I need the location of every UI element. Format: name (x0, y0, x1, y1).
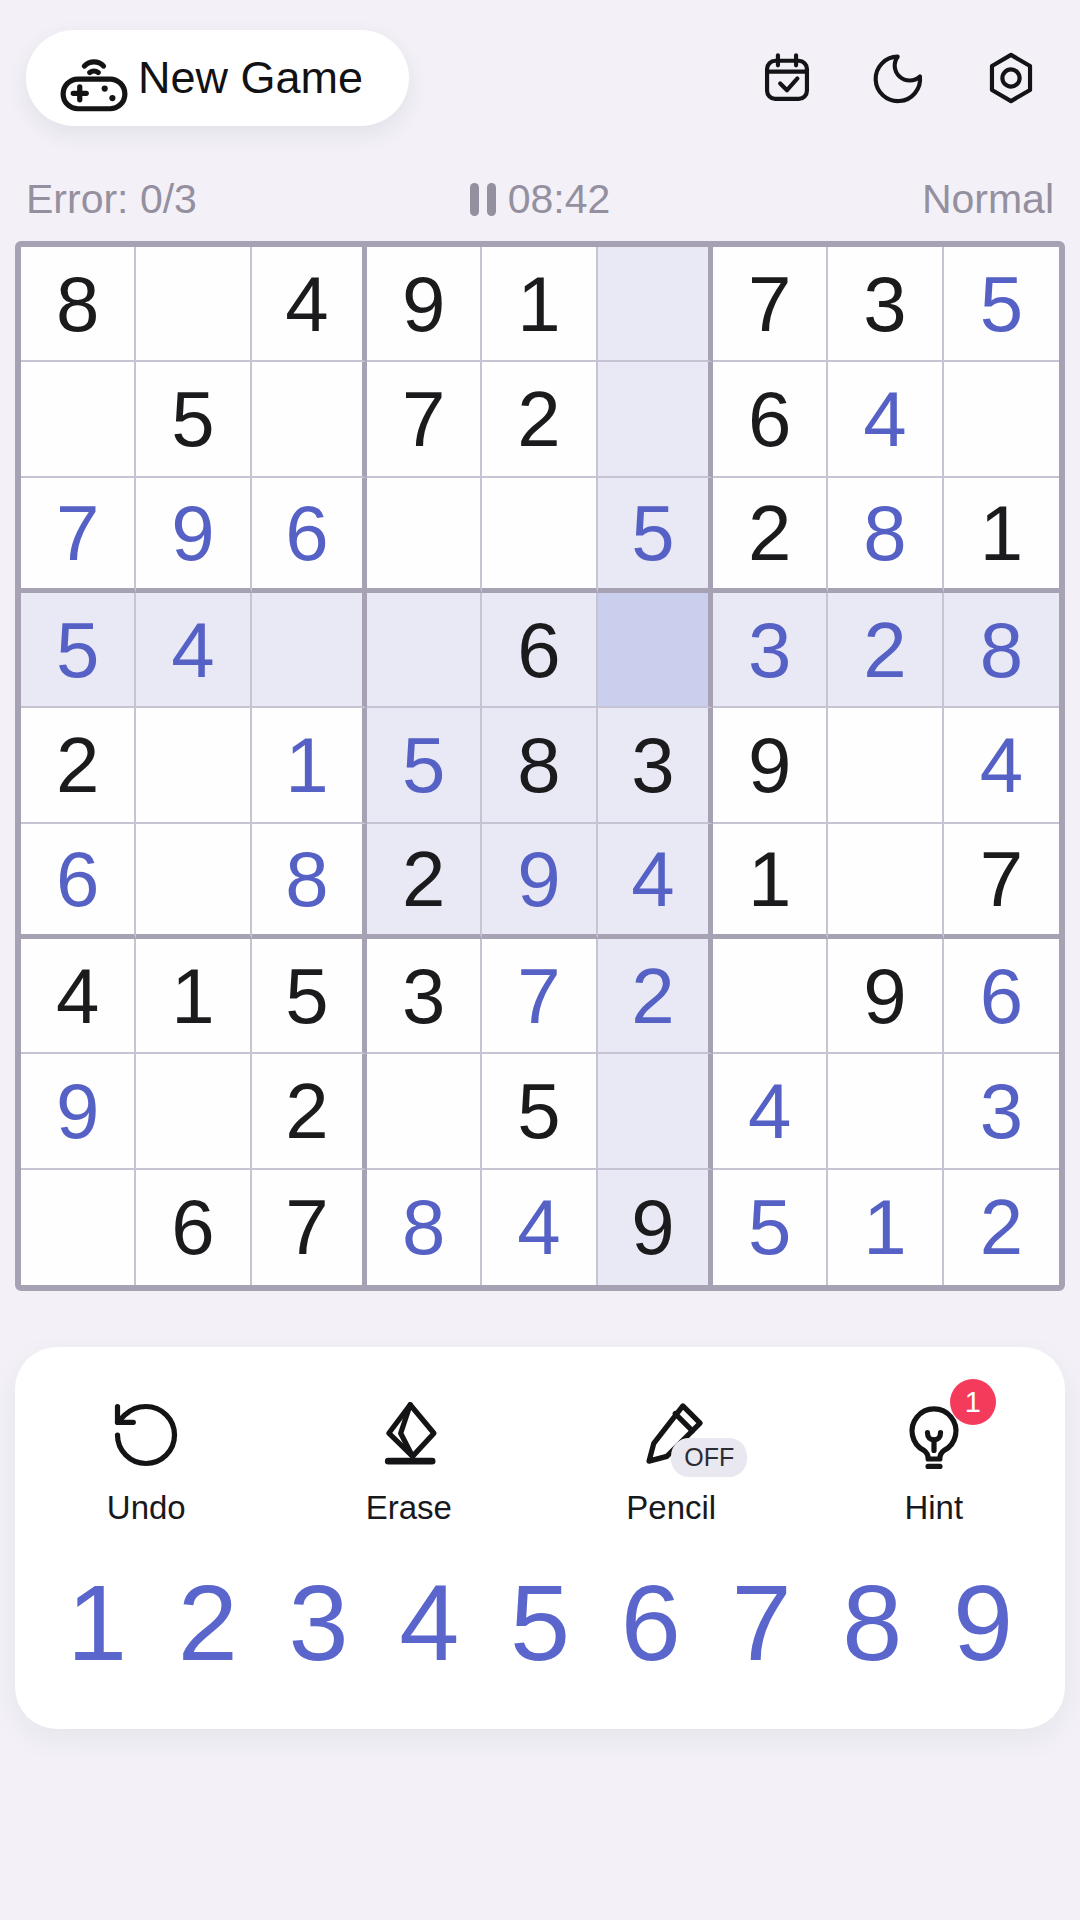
sudoku-cell-r8c4[interactable] (367, 1054, 482, 1169)
calendar-check-icon (758, 95, 816, 110)
dark-mode-button[interactable] (870, 49, 928, 107)
hint-button[interactable]: 1 Hint (803, 1397, 1066, 1527)
sudoku-cell-r5c1[interactable]: 2 (21, 708, 136, 823)
sudoku-cell-r7c2[interactable]: 1 (136, 939, 251, 1054)
numpad-1[interactable]: 1 (67, 1569, 127, 1677)
error-counter: Error: 0/3 (26, 176, 470, 223)
status-bar: Error: 0/3 08:42 Normal (0, 176, 1080, 223)
sudoku-cell-r9c9[interactable]: 2 (944, 1170, 1059, 1285)
erase-button[interactable]: Erase (278, 1397, 541, 1527)
sudoku-cell-r5c2[interactable] (136, 708, 251, 823)
sudoku-cell-r4c2[interactable]: 4 (136, 593, 251, 708)
moon-icon (870, 95, 928, 110)
sudoku-cell-r4c7[interactable]: 3 (713, 593, 828, 708)
controls-panel: Undo Erase OFF Pencil (15, 1347, 1065, 1729)
numpad-7[interactable]: 7 (731, 1569, 791, 1677)
sudoku-cell-r3c3[interactable]: 6 (252, 478, 367, 593)
sudoku-cell-r3c4[interactable] (367, 478, 482, 593)
sudoku-cell-r5c9[interactable]: 4 (944, 708, 1059, 823)
sudoku-cell-r5c7[interactable]: 9 (713, 708, 828, 823)
new-game-label: New Game (138, 52, 363, 104)
top-bar: New Game (0, 0, 1080, 126)
sudoku-cell-r5c8[interactable] (828, 708, 943, 823)
sudoku-cell-r9c5[interactable]: 4 (482, 1170, 597, 1285)
undo-label: Undo (107, 1489, 186, 1527)
sudoku-cell-r9c3[interactable]: 7 (252, 1170, 367, 1285)
erase-label: Erase (366, 1489, 452, 1527)
sudoku-cell-r1c9[interactable]: 5 (944, 247, 1059, 362)
sudoku-cell-r4c4[interactable] (367, 593, 482, 708)
sudoku-cell-r4c5[interactable]: 6 (482, 593, 597, 708)
sudoku-cell-r2c5[interactable]: 2 (482, 362, 597, 477)
sudoku-cell-r5c4[interactable]: 5 (367, 708, 482, 823)
sudoku-cell-r4c1[interactable]: 5 (21, 593, 136, 708)
sudoku-cell-r3c7[interactable]: 2 (713, 478, 828, 593)
sudoku-cell-r8c2[interactable] (136, 1054, 251, 1169)
lightbulb-icon: 1 (896, 1397, 972, 1473)
sudoku-cell-r1c2[interactable] (136, 247, 251, 362)
number-pad: 123456789 (15, 1527, 1065, 1677)
hint-count-badge: 1 (950, 1379, 996, 1425)
pencil-label: Pencil (626, 1489, 716, 1527)
pencil-off-badge: OFF (671, 1438, 747, 1477)
undo-button[interactable]: Undo (15, 1397, 278, 1527)
sudoku-cell-r3c8[interactable]: 8 (828, 478, 943, 593)
sudoku-cell-r6c3[interactable]: 8 (252, 824, 367, 939)
new-game-button[interactable]: New Game (26, 30, 409, 126)
sudoku-cell-r6c2[interactable] (136, 824, 251, 939)
sudoku-cell-r5c6[interactable]: 3 (598, 708, 713, 823)
sudoku-cell-r2c1[interactable] (21, 362, 136, 477)
sudoku-cell-r8c5[interactable]: 5 (482, 1054, 597, 1169)
sudoku-cell-r3c2[interactable]: 9 (136, 478, 251, 593)
sudoku-cell-r6c4[interactable]: 2 (367, 824, 482, 939)
hint-label: Hint (904, 1489, 963, 1527)
sudoku-cell-r7c8[interactable]: 9 (828, 939, 943, 1054)
sudoku-cell-r9c4[interactable]: 8 (367, 1170, 482, 1285)
sudoku-cell-r1c1[interactable]: 8 (21, 247, 136, 362)
eraser-icon (371, 1397, 447, 1473)
sudoku-cell-r7c4[interactable]: 3 (367, 939, 482, 1054)
sudoku-cell-r7c5[interactable]: 7 (482, 939, 597, 1054)
sudoku-cell-r2c6[interactable] (598, 362, 713, 477)
pause-icon[interactable] (470, 183, 496, 216)
sudoku-cell-r1c4[interactable]: 9 (367, 247, 482, 362)
sudoku-cell-r8c7[interactable]: 4 (713, 1054, 828, 1169)
sudoku-cell-r5c5[interactable]: 8 (482, 708, 597, 823)
sudoku-cell-r7c3[interactable]: 5 (252, 939, 367, 1054)
timer-value: 08:42 (508, 176, 611, 223)
sudoku-cell-r9c6[interactable]: 9 (598, 1170, 713, 1285)
sudoku-cell-r7c1[interactable]: 4 (21, 939, 136, 1054)
sudoku-cell-r7c9[interactable]: 6 (944, 939, 1059, 1054)
undo-icon (108, 1397, 184, 1473)
sudoku-cell-r2c8[interactable]: 4 (828, 362, 943, 477)
difficulty-label: Normal (610, 176, 1054, 223)
sudoku-cell-r6c9[interactable]: 7 (944, 824, 1059, 939)
sudoku-cell-r3c9[interactable]: 1 (944, 478, 1059, 593)
sudoku-cell-r5c3[interactable]: 1 (252, 708, 367, 823)
sudoku-cell-r1c3[interactable]: 4 (252, 247, 367, 362)
sudoku-cell-r6c5[interactable]: 9 (482, 824, 597, 939)
sudoku-cell-r1c7[interactable]: 7 (713, 247, 828, 362)
numpad-5[interactable]: 5 (510, 1569, 570, 1677)
sudoku-cell-r3c6[interactable]: 5 (598, 478, 713, 593)
sudoku-cell-r7c6[interactable]: 2 (598, 939, 713, 1054)
tool-row: Undo Erase OFF Pencil (15, 1397, 1065, 1527)
pencil-button[interactable]: OFF Pencil (540, 1397, 803, 1527)
sudoku-cell-r2c9[interactable] (944, 362, 1059, 477)
numpad-3[interactable]: 3 (288, 1569, 348, 1677)
numpad-2[interactable]: 2 (178, 1569, 238, 1677)
pencil-icon: OFF (633, 1397, 709, 1473)
sudoku-cell-r1c5[interactable]: 1 (482, 247, 597, 362)
settings-button[interactable] (982, 49, 1040, 107)
sudoku-cell-r6c8[interactable] (828, 824, 943, 939)
sudoku-cell-r8c9[interactable]: 3 (944, 1054, 1059, 1169)
sudoku-cell-r8c3[interactable]: 2 (252, 1054, 367, 1169)
sudoku-cell-r2c4[interactable]: 7 (367, 362, 482, 477)
sudoku-cell-r4c9[interactable]: 8 (944, 593, 1059, 708)
sudoku-cell-r1c8[interactable]: 3 (828, 247, 943, 362)
sudoku-cell-r6c7[interactable]: 1 (713, 824, 828, 939)
sudoku-cell-r1c6[interactable] (598, 247, 713, 362)
sudoku-cell-r9c8[interactable]: 1 (828, 1170, 943, 1285)
numpad-8[interactable]: 8 (842, 1569, 902, 1677)
sudoku-cell-r8c6[interactable] (598, 1054, 713, 1169)
sudoku-cell-r4c8[interactable]: 2 (828, 593, 943, 708)
sudoku-cell-r2c7[interactable]: 6 (713, 362, 828, 477)
numpad-9[interactable]: 9 (953, 1569, 1013, 1677)
sudoku-cell-r4c6-selected[interactable] (598, 593, 713, 708)
sudoku-cell-r6c1[interactable]: 6 (21, 824, 136, 939)
sudoku-cell-r4c3[interactable] (252, 593, 367, 708)
sudoku-cell-r3c5[interactable] (482, 478, 597, 593)
sudoku-cell-r2c3[interactable] (252, 362, 367, 477)
gamepad-icon (56, 47, 118, 109)
sudoku-cell-r8c1[interactable]: 9 (21, 1054, 136, 1169)
sudoku-cell-r9c2[interactable]: 6 (136, 1170, 251, 1285)
sudoku-cell-r6c6[interactable]: 4 (598, 824, 713, 939)
timer: 08:42 (470, 176, 611, 223)
sudoku-cell-r2c2[interactable]: 5 (136, 362, 251, 477)
sudoku-cell-r8c8[interactable] (828, 1054, 943, 1169)
sudoku-cell-r3c1[interactable]: 7 (21, 478, 136, 593)
sudoku-cell-r9c7[interactable]: 5 (713, 1170, 828, 1285)
top-icon-group (758, 49, 1040, 107)
sudoku-cell-r9c1[interactable] (21, 1170, 136, 1285)
settings-nut-icon (982, 95, 1040, 110)
sudoku-cell-r7c7[interactable] (713, 939, 828, 1054)
daily-challenge-button[interactable] (758, 49, 816, 107)
sudoku-board: 8491735572647965281546328215839468294174… (15, 241, 1065, 1291)
numpad-6[interactable]: 6 (621, 1569, 681, 1677)
numpad-4[interactable]: 4 (399, 1569, 459, 1677)
